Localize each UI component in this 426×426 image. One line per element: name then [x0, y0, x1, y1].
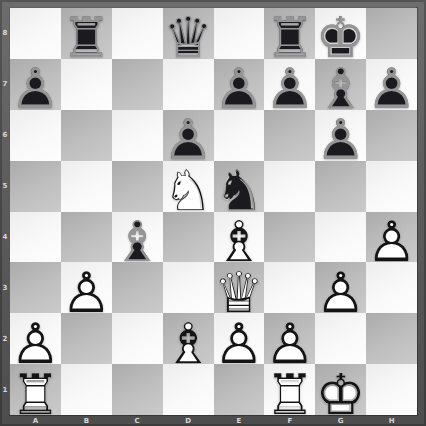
square-h5[interactable]: [366, 161, 417, 212]
square-g8[interactable]: ♚♔: [315, 8, 366, 59]
piece-fill-glyph: ♚: [315, 13, 366, 64]
square-d3[interactable]: [163, 262, 214, 313]
square-h1[interactable]: [366, 364, 417, 415]
square-h3[interactable]: [366, 262, 417, 313]
piece-outline-glyph: ♙: [10, 318, 61, 369]
piece-outline-glyph: ♙: [366, 217, 417, 268]
piece-white-pawn[interactable]: ♟♙: [214, 313, 265, 364]
piece-outline-glyph: ♙: [264, 318, 315, 369]
piece-white-pawn[interactable]: ♟♙: [264, 313, 315, 364]
piece-fill-glyph: ♝: [163, 318, 214, 369]
piece-outline-glyph: ♘: [214, 166, 265, 217]
square-a2[interactable]: ♟♙: [10, 313, 61, 364]
piece-black-bishop[interactable]: ♝♗: [112, 212, 163, 263]
square-f1[interactable]: ♜♖: [264, 364, 315, 415]
piece-black-rook[interactable]: ♜♖: [264, 8, 315, 59]
square-c3[interactable]: [112, 262, 163, 313]
piece-white-rook[interactable]: ♜♖: [10, 364, 61, 415]
piece-fill-glyph: ♟: [10, 318, 61, 369]
rank-labels: 87654321: [0, 8, 10, 415]
square-g5[interactable]: [315, 161, 366, 212]
square-a1[interactable]: ♜♖: [10, 364, 61, 415]
rank-label-1: 1: [0, 364, 10, 415]
square-a7[interactable]: ♟♙: [10, 59, 61, 110]
piece-outline-glyph: ♖: [61, 13, 112, 64]
square-g3[interactable]: ♟♙: [315, 262, 366, 313]
square-f4[interactable]: [264, 212, 315, 263]
piece-outline-glyph: ♖: [264, 369, 315, 420]
piece-outline-glyph: ♙: [214, 318, 265, 369]
piece-white-pawn[interactable]: ♟♙: [10, 313, 61, 364]
square-e7[interactable]: ♟♙: [214, 59, 265, 110]
piece-outline-glyph: ♗: [163, 318, 214, 369]
chessboard-frame: 87654321 ♜♖♛♕♜♖♚♔♟♙♟♙♟♙♝♗♟♙♟♙♟♙♞♘♞♘♝♗♝♗♟…: [0, 0, 426, 426]
piece-fill-glyph: ♛: [163, 13, 214, 64]
square-c2[interactable]: [112, 313, 163, 364]
piece-black-rook[interactable]: ♜♖: [61, 8, 112, 59]
piece-outline-glyph: ♗: [214, 217, 265, 268]
piece-fill-glyph: ♜: [264, 369, 315, 420]
square-h8[interactable]: [366, 8, 417, 59]
piece-outline-glyph: ♗: [315, 64, 366, 115]
square-g1[interactable]: ♚♔: [315, 364, 366, 415]
piece-fill-glyph: ♟: [366, 217, 417, 268]
square-g2[interactable]: [315, 313, 366, 364]
piece-outline-glyph: ♔: [315, 369, 366, 420]
square-g6[interactable]: ♟♙: [315, 110, 366, 161]
square-e3[interactable]: ♛♕: [214, 262, 265, 313]
square-d6[interactable]: ♟♙: [163, 110, 214, 161]
piece-fill-glyph: ♝: [112, 217, 163, 268]
square-b2[interactable]: [61, 313, 112, 364]
piece-fill-glyph: ♝: [315, 64, 366, 115]
square-f3[interactable]: [264, 262, 315, 313]
piece-fill-glyph: ♟: [163, 115, 214, 166]
square-c8[interactable]: [112, 8, 163, 59]
square-f8[interactable]: ♜♖: [264, 8, 315, 59]
piece-black-pawn[interactable]: ♟♙: [315, 110, 366, 161]
piece-white-pawn[interactable]: ♟♙: [61, 262, 112, 313]
piece-fill-glyph: ♟: [214, 318, 265, 369]
square-c5[interactable]: [112, 161, 163, 212]
file-label-e: E: [214, 415, 265, 426]
piece-black-bishop[interactable]: ♝♗: [315, 59, 366, 110]
square-a6[interactable]: [10, 110, 61, 161]
piece-outline-glyph: ♘: [163, 166, 214, 217]
piece-fill-glyph: ♝: [214, 217, 265, 268]
square-c7[interactable]: [112, 59, 163, 110]
square-d4[interactable]: [163, 212, 214, 263]
piece-black-queen[interactable]: ♛♕: [163, 8, 214, 59]
chess-board: ♜♖♛♕♜♖♚♔♟♙♟♙♟♙♝♗♟♙♟♙♟♙♞♘♞♘♝♗♝♗♟♙♟♙♛♕♟♙♟♙…: [10, 8, 417, 415]
square-a4[interactable]: [10, 212, 61, 263]
piece-outline-glyph: ♙: [315, 115, 366, 166]
piece-outline-glyph: ♙: [315, 267, 366, 318]
file-label-b: B: [61, 415, 112, 426]
piece-black-pawn[interactable]: ♟♙: [264, 59, 315, 110]
piece-outline-glyph: ♙: [366, 64, 417, 115]
square-f6[interactable]: [264, 110, 315, 161]
piece-white-king[interactable]: ♚♔: [315, 364, 366, 415]
file-label-f: F: [264, 415, 315, 426]
square-a3[interactable]: [10, 262, 61, 313]
square-e2[interactable]: ♟♙: [214, 313, 265, 364]
piece-outline-glyph: ♖: [264, 13, 315, 64]
square-a5[interactable]: [10, 161, 61, 212]
square-h4[interactable]: ♟♙: [366, 212, 417, 263]
piece-fill-glyph: ♟: [214, 64, 265, 115]
piece-outline-glyph: ♗: [112, 217, 163, 268]
square-b5[interactable]: [61, 161, 112, 212]
piece-outline-glyph: ♕: [163, 13, 214, 64]
piece-black-pawn[interactable]: ♟♙: [163, 110, 214, 161]
rank-label-5: 5: [0, 161, 10, 212]
square-d7[interactable]: [163, 59, 214, 110]
square-d5[interactable]: ♞♘: [163, 161, 214, 212]
file-label-c: C: [112, 415, 163, 426]
square-b8[interactable]: ♜♖: [61, 8, 112, 59]
rank-label-3: 3: [0, 262, 10, 313]
square-f5[interactable]: [264, 161, 315, 212]
piece-outline-glyph: ♙: [163, 115, 214, 166]
rank-label-4: 4: [0, 212, 10, 263]
square-g7[interactable]: ♝♗: [315, 59, 366, 110]
piece-fill-glyph: ♚: [315, 369, 366, 420]
piece-fill-glyph: ♞: [214, 166, 265, 217]
square-d2[interactable]: ♝♗: [163, 313, 214, 364]
piece-fill-glyph: ♜: [264, 13, 315, 64]
square-c1[interactable]: [112, 364, 163, 415]
piece-fill-glyph: ♛: [214, 267, 265, 318]
rank-label-2: 2: [0, 313, 10, 364]
piece-fill-glyph: ♜: [61, 13, 112, 64]
piece-white-pawn[interactable]: ♟♙: [366, 212, 417, 263]
square-d1[interactable]: [163, 364, 214, 415]
square-g4[interactable]: [315, 212, 366, 263]
file-label-a: A: [10, 415, 61, 426]
piece-outline-glyph: ♖: [10, 369, 61, 420]
square-b6[interactable]: [61, 110, 112, 161]
rank-label-8: 8: [0, 8, 10, 59]
square-a8[interactable]: [10, 8, 61, 59]
piece-fill-glyph: ♟: [315, 115, 366, 166]
piece-fill-glyph: ♜: [10, 369, 61, 420]
piece-outline-glyph: ♙: [264, 64, 315, 115]
piece-black-knight[interactable]: ♞♘: [214, 161, 265, 212]
piece-fill-glyph: ♞: [163, 166, 214, 217]
piece-outline-glyph: ♙: [61, 267, 112, 318]
piece-white-rook[interactable]: ♜♖: [264, 364, 315, 415]
square-h7[interactable]: ♟♙: [366, 59, 417, 110]
square-h6[interactable]: [366, 110, 417, 161]
piece-outline-glyph: ♙: [10, 64, 61, 115]
square-b1[interactable]: [61, 364, 112, 415]
file-label-g: G: [315, 415, 366, 426]
file-label-h: H: [366, 415, 417, 426]
piece-white-bishop[interactable]: ♝♗: [163, 313, 214, 364]
piece-white-pawn[interactable]: ♟♙: [315, 262, 366, 313]
square-e8[interactable]: [214, 8, 265, 59]
square-e4[interactable]: ♝♗: [214, 212, 265, 263]
piece-black-pawn[interactable]: ♟♙: [10, 59, 61, 110]
square-e1[interactable]: [214, 364, 265, 415]
piece-fill-glyph: ♟: [366, 64, 417, 115]
square-b3[interactable]: ♟♙: [61, 262, 112, 313]
piece-white-knight[interactable]: ♞♘: [163, 161, 214, 212]
square-f2[interactable]: ♟♙: [264, 313, 315, 364]
square-c4[interactable]: ♝♗: [112, 212, 163, 263]
piece-outline-glyph: ♙: [214, 64, 265, 115]
piece-fill-glyph: ♟: [264, 64, 315, 115]
square-f7[interactable]: ♟♙: [264, 59, 315, 110]
square-h2[interactable]: [366, 313, 417, 364]
piece-white-bishop[interactable]: ♝♗: [214, 212, 265, 263]
square-e5[interactable]: ♞♘: [214, 161, 265, 212]
piece-fill-glyph: ♟: [264, 318, 315, 369]
piece-outline-glyph: ♔: [315, 13, 366, 64]
piece-outline-glyph: ♕: [214, 267, 265, 318]
file-label-d: D: [163, 415, 214, 426]
piece-white-queen[interactable]: ♛♕: [214, 262, 265, 313]
piece-black-pawn[interactable]: ♟♙: [366, 59, 417, 110]
file-labels: ABCDEFGH: [10, 415, 417, 426]
square-d8[interactable]: ♛♕: [163, 8, 214, 59]
square-b4[interactable]: [61, 212, 112, 263]
piece-fill-glyph: ♟: [315, 267, 366, 318]
square-c6[interactable]: [112, 110, 163, 161]
piece-fill-glyph: ♟: [61, 267, 112, 318]
piece-black-pawn[interactable]: ♟♙: [214, 59, 265, 110]
square-b7[interactable]: [61, 59, 112, 110]
piece-black-king[interactable]: ♚♔: [315, 8, 366, 59]
piece-fill-glyph: ♟: [10, 64, 61, 115]
square-e6[interactable]: [214, 110, 265, 161]
rank-label-7: 7: [0, 59, 10, 110]
rank-label-6: 6: [0, 110, 10, 161]
